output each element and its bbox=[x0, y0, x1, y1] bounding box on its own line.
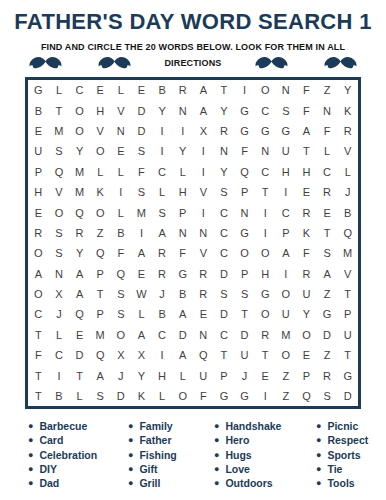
instructions-line-1: FIND AND CIRCLE THE 20 WORDS BELOW. LOOK… bbox=[0, 42, 386, 52]
grid-cell-r16c9[interactable]: F bbox=[193, 386, 214, 406]
grid-cell-r9c1[interactable]: O bbox=[28, 243, 49, 263]
grid-cell-r11c16[interactable]: T bbox=[337, 284, 358, 304]
grid-cell-r6c9[interactable]: V bbox=[193, 182, 214, 202]
grid-cell-r4c12[interactable]: N bbox=[255, 141, 276, 161]
grid-cell-r9c5[interactable]: F bbox=[111, 243, 132, 263]
grid-cell-r13c13[interactable]: M bbox=[276, 325, 297, 345]
grid-cell-r1c16[interactable]: Y bbox=[337, 80, 358, 100]
grid-cell-r1c9[interactable]: A bbox=[193, 80, 214, 100]
grid-cell-r4c7[interactable]: I bbox=[152, 141, 173, 161]
grid-cell-r15c3[interactable]: T bbox=[69, 365, 90, 385]
grid-cell-r15c15[interactable]: R bbox=[317, 365, 338, 385]
grid-cell-r2c7[interactable]: Y bbox=[152, 100, 173, 120]
grid-cell-r2c10[interactable]: Y bbox=[214, 100, 235, 120]
grid-cell-r5c6[interactable]: F bbox=[131, 162, 152, 182]
word-item-fishing: ●Fishing bbox=[128, 449, 214, 463]
grid-cell-r13c11[interactable]: D bbox=[234, 325, 255, 345]
grid-cell-r14c1[interactable]: F bbox=[28, 345, 49, 365]
grid-cell-r12c1[interactable]: C bbox=[28, 304, 49, 324]
grid-cell-r4c14[interactable]: T bbox=[296, 141, 317, 161]
grid-cell-r6c14[interactable]: E bbox=[296, 182, 317, 202]
grid-cell-r1c5[interactable]: L bbox=[111, 80, 132, 100]
grid-cell-r7c2[interactable]: O bbox=[49, 202, 70, 222]
grid-cell-r2c9[interactable]: A bbox=[193, 100, 214, 120]
word-list-column-1: ●Barbecue●Card●Celebration●DIY●Dad bbox=[28, 420, 128, 491]
grid-cell-r11c4[interactable]: T bbox=[90, 284, 111, 304]
grid-cell-r4c8[interactable]: Y bbox=[172, 141, 193, 161]
grid-cell-r15c5[interactable]: J bbox=[111, 365, 132, 385]
word-list-column-2: ●Family●Father●Fishing●Gift●Grill bbox=[128, 420, 214, 491]
grid-cell-r6c7[interactable]: L bbox=[152, 182, 173, 202]
bullet-icon: ● bbox=[128, 478, 133, 488]
grid-cell-r3c8[interactable]: I bbox=[172, 121, 193, 141]
grid-cell-r5c8[interactable]: L bbox=[172, 162, 193, 182]
grid-cell-r7c15[interactable]: E bbox=[317, 202, 338, 222]
grid-cell-r9c4[interactable]: Q bbox=[90, 243, 111, 263]
grid-cell-r16c1[interactable]: T bbox=[28, 386, 49, 406]
grid-cell-r5c5[interactable]: L bbox=[111, 162, 132, 182]
grid-cell-r16c2[interactable]: B bbox=[49, 386, 70, 406]
grid-cell-r15c11[interactable]: J bbox=[234, 365, 255, 385]
grid-cell-r1c4[interactable]: E bbox=[90, 80, 111, 100]
word-item-picnic: ●Picnic bbox=[316, 420, 386, 434]
grid-cell-r14c6[interactable]: X bbox=[131, 345, 152, 365]
word-label: Hero bbox=[225, 434, 249, 446]
grid-cell-r10c14[interactable]: R bbox=[296, 264, 317, 284]
grid-cell-r8c4[interactable]: Z bbox=[90, 223, 111, 243]
grid-cell-r10c11[interactable]: P bbox=[234, 264, 255, 284]
grid-cell-r6c6[interactable]: S bbox=[131, 182, 152, 202]
grid-cell-r3c9[interactable]: X bbox=[193, 121, 214, 141]
grid-cell-r11c9[interactable]: R bbox=[193, 284, 214, 304]
word-item-barbecue: ●Barbecue bbox=[28, 420, 128, 434]
grid-cell-r10c12[interactable]: H bbox=[255, 264, 276, 284]
grid-cell-r16c4[interactable]: S bbox=[90, 386, 111, 406]
grid-cell-r5c14[interactable]: H bbox=[296, 162, 317, 182]
grid-cell-r3c10[interactable]: R bbox=[214, 121, 235, 141]
grid-cell-r16c8[interactable]: O bbox=[172, 386, 193, 406]
grid-cell-r10c8[interactable]: G bbox=[172, 264, 193, 284]
grid-cell-r11c2[interactable]: X bbox=[49, 284, 70, 304]
grid-cell-r8c13[interactable]: P bbox=[276, 223, 297, 243]
grid-cell-r1c10[interactable]: T bbox=[214, 80, 235, 100]
grid-cell-r4c4[interactable]: O bbox=[90, 141, 111, 161]
bullet-icon: ● bbox=[28, 435, 33, 445]
grid-cell-r12c4[interactable]: P bbox=[90, 304, 111, 324]
grid-cell-r3c1[interactable]: E bbox=[28, 121, 49, 141]
grid-cell-r2c5[interactable]: V bbox=[111, 100, 132, 120]
grid-cell-r9c14[interactable]: F bbox=[296, 243, 317, 263]
grid-cell-r4c9[interactable]: I bbox=[193, 141, 214, 161]
word-search-board: GLCELEBRATIONFZYBTOHVDYNAYGCSFNKEMOVNDII… bbox=[25, 77, 361, 409]
grid-cell-r4c13[interactable]: U bbox=[276, 141, 297, 161]
word-item-grill: ●Grill bbox=[128, 477, 214, 491]
grid-cell-r13c8[interactable]: D bbox=[172, 325, 193, 345]
grid-cell-r4c2[interactable]: S bbox=[49, 141, 70, 161]
grid-cell-r4c1[interactable]: U bbox=[28, 141, 49, 161]
grid-cell-r7c7[interactable]: S bbox=[152, 202, 173, 222]
word-item-outdoors: ●Outdoors bbox=[214, 477, 316, 491]
mustache-icon bbox=[322, 56, 359, 70]
grid-cell-r4c11[interactable]: F bbox=[234, 141, 255, 161]
grid-cell-r12c5[interactable]: S bbox=[111, 304, 132, 324]
word-item-family: ●Family bbox=[128, 420, 214, 434]
grid-cell-r10c7[interactable]: R bbox=[152, 264, 173, 284]
grid-cell-r3c4[interactable]: V bbox=[90, 121, 111, 141]
grid-cell-r3c13[interactable]: G bbox=[276, 121, 297, 141]
grid-cell-r5c12[interactable]: C bbox=[255, 162, 276, 182]
grid-cell-r3c11[interactable]: G bbox=[234, 121, 255, 141]
grid-cell-r5c13[interactable]: H bbox=[276, 162, 297, 182]
grid-cell-r2c14[interactable]: F bbox=[296, 100, 317, 120]
grid-cell-r11c12[interactable]: G bbox=[255, 284, 276, 304]
grid-cell-r16c10[interactable]: G bbox=[214, 386, 235, 406]
grid-cell-r13c14[interactable]: O bbox=[296, 325, 317, 345]
grid-cell-r9c6[interactable]: A bbox=[131, 243, 152, 263]
grid-cell-r1c3[interactable]: C bbox=[69, 80, 90, 100]
grid-cell-r6c11[interactable]: P bbox=[234, 182, 255, 202]
bullet-icon: ● bbox=[316, 464, 321, 474]
grid-cell-r15c1[interactable]: T bbox=[28, 365, 49, 385]
grid-cell-r6c2[interactable]: V bbox=[49, 182, 70, 202]
word-list: ●Barbecue●Card●Celebration●DIY●Dad●Famil… bbox=[28, 420, 386, 491]
grid-cell-r7c12[interactable]: I bbox=[255, 202, 276, 222]
grid-cell-r13c15[interactable]: D bbox=[317, 325, 338, 345]
grid-cell-r1c15[interactable]: Z bbox=[317, 80, 338, 100]
word-item-tie: ●Tie bbox=[316, 463, 386, 477]
grid-cell-r13c3[interactable]: E bbox=[69, 325, 90, 345]
grid-cell-r7c8[interactable]: P bbox=[172, 202, 193, 222]
grid-cell-r11c7[interactable]: J bbox=[152, 284, 173, 304]
grid-cell-r4c3[interactable]: Y bbox=[69, 141, 90, 161]
word-item-handshake: ●Handshake bbox=[214, 420, 316, 434]
word-label: Sports bbox=[327, 449, 360, 461]
grid-cell-r13c2[interactable]: L bbox=[49, 325, 70, 345]
bullet-icon: ● bbox=[316, 450, 321, 460]
grid-cell-r5c1[interactable]: P bbox=[28, 162, 49, 182]
grid-cell-r9c16[interactable]: M bbox=[337, 243, 358, 263]
grid-cell-r14c5[interactable]: X bbox=[111, 345, 132, 365]
word-label: Celebration bbox=[39, 449, 97, 461]
grid-cell-r14c3[interactable]: D bbox=[69, 345, 90, 365]
grid-cell-r8c7[interactable]: A bbox=[152, 223, 173, 243]
grid-cell-r16c16[interactable]: D bbox=[337, 386, 358, 406]
grid-cell-r10c5[interactable]: Q bbox=[111, 264, 132, 284]
grid-cell-r6c1[interactable]: H bbox=[28, 182, 49, 202]
grid-cell-r7c13[interactable]: C bbox=[276, 202, 297, 222]
grid-cell-r15c10[interactable]: P bbox=[214, 365, 235, 385]
grid-cell-r12c2[interactable]: J bbox=[49, 304, 70, 324]
word-label: Card bbox=[39, 434, 63, 446]
bullet-icon: ● bbox=[28, 478, 33, 488]
grid-cell-r10c2[interactable]: N bbox=[49, 264, 70, 284]
grid-cell-r13c4[interactable]: M bbox=[90, 325, 111, 345]
grid-cell-r15c2[interactable]: I bbox=[49, 365, 70, 385]
grid-cell-r15c16[interactable]: G bbox=[337, 365, 358, 385]
grid-cell-r12c6[interactable]: L bbox=[131, 304, 152, 324]
grid-cell-r2c16[interactable]: K bbox=[337, 100, 358, 120]
grid-cell-r6c5[interactable]: I bbox=[111, 182, 132, 202]
grid-cell-r1c6[interactable]: E bbox=[131, 80, 152, 100]
grid-cell-r11c1[interactable]: O bbox=[28, 284, 49, 304]
grid-cell-r4c16[interactable]: V bbox=[337, 141, 358, 161]
grid-cell-r14c15[interactable]: Z bbox=[317, 345, 338, 365]
grid-cell-r15c9[interactable]: U bbox=[193, 365, 214, 385]
grid-cell-r14c13[interactable]: O bbox=[276, 345, 297, 365]
grid-cell-r8c9[interactable]: N bbox=[193, 223, 214, 243]
grid-cell-r13c5[interactable]: O bbox=[111, 325, 132, 345]
grid-cell-r8c6[interactable]: I bbox=[131, 223, 152, 243]
grid-cell-r7c5[interactable]: L bbox=[111, 202, 132, 222]
word-label: Barbecue bbox=[39, 420, 87, 432]
grid-cell-r1c2[interactable]: L bbox=[49, 80, 70, 100]
grid-cell-r8c2[interactable]: S bbox=[49, 223, 70, 243]
grid-cell-r6c4[interactable]: K bbox=[90, 182, 111, 202]
grid-cell-r9c3[interactable]: Y bbox=[69, 243, 90, 263]
grid-cell-r12c7[interactable]: B bbox=[152, 304, 173, 324]
grid-cell-r8c12[interactable]: I bbox=[255, 223, 276, 243]
grid-cell-r10c10[interactable]: D bbox=[214, 264, 235, 284]
grid-cell-r14c14[interactable]: E bbox=[296, 345, 317, 365]
grid-cell-r10c16[interactable]: V bbox=[337, 264, 358, 284]
grid-cell-r9c7[interactable]: R bbox=[152, 243, 173, 263]
grid-cell-r1c8[interactable]: R bbox=[172, 80, 193, 100]
grid-cell-r4c10[interactable]: N bbox=[214, 141, 235, 161]
grid-cell-r9c9[interactable]: V bbox=[193, 243, 214, 263]
grid-cell-r12c16[interactable]: P bbox=[337, 304, 358, 324]
word-label: Fishing bbox=[139, 449, 176, 461]
grid-cell-r16c3[interactable]: L bbox=[69, 386, 90, 406]
grid-cell-r10c1[interactable]: A bbox=[28, 264, 49, 284]
grid-cell-r10c9[interactable]: R bbox=[193, 264, 214, 284]
grid-cell-r8c1[interactable]: R bbox=[28, 223, 49, 243]
grid-cell-r2c13[interactable]: S bbox=[276, 100, 297, 120]
grid-cell-r2c15[interactable]: N bbox=[317, 100, 338, 120]
grid-cell-r5c9[interactable]: I bbox=[193, 162, 214, 182]
mustache-icon bbox=[96, 56, 133, 70]
grid-cell-r9c2[interactable]: S bbox=[49, 243, 70, 263]
grid-cell-r2c4[interactable]: H bbox=[90, 100, 111, 120]
grid-cell-r8c8[interactable]: N bbox=[172, 223, 193, 243]
grid-cell-r10c15[interactable]: A bbox=[317, 264, 338, 284]
grid-cell-r15c6[interactable]: Y bbox=[131, 365, 152, 385]
grid-cell-r14c10[interactable]: T bbox=[214, 345, 235, 365]
grid-cell-r6c8[interactable]: H bbox=[172, 182, 193, 202]
grid-cell-r13c6[interactable]: A bbox=[131, 325, 152, 345]
grid-cell-r11c11[interactable]: S bbox=[234, 284, 255, 304]
grid-cell-r12c8[interactable]: A bbox=[172, 304, 193, 324]
grid-cell-r7c6[interactable]: M bbox=[131, 202, 152, 222]
grid-cell-r14c7[interactable]: I bbox=[152, 345, 173, 365]
grid-cell-r14c9[interactable]: Q bbox=[193, 345, 214, 365]
grid-cell-r11c15[interactable]: Z bbox=[317, 284, 338, 304]
grid-cell-r8c10[interactable]: C bbox=[214, 223, 235, 243]
grid-cell-r2c12[interactable]: C bbox=[255, 100, 276, 120]
grid-cell-r8c11[interactable]: G bbox=[234, 223, 255, 243]
grid-cell-r5c10[interactable]: Y bbox=[214, 162, 235, 182]
grid-cell-r3c14[interactable]: A bbox=[296, 121, 317, 141]
grid-cell-r15c8[interactable]: L bbox=[172, 365, 193, 385]
grid-cell-r8c16[interactable]: Q bbox=[337, 223, 358, 243]
grid-cell-r8c14[interactable]: K bbox=[296, 223, 317, 243]
grid-cell-r16c12[interactable]: I bbox=[255, 386, 276, 406]
bullet-icon: ● bbox=[128, 464, 133, 474]
grid-cell-r15c14[interactable]: P bbox=[296, 365, 317, 385]
grid-cell-r3c16[interactable]: R bbox=[337, 121, 358, 141]
grid-cell-r14c8[interactable]: A bbox=[172, 345, 193, 365]
grid-cell-r12c15[interactable]: G bbox=[317, 304, 338, 324]
grid-cell-r1c11[interactable]: I bbox=[234, 80, 255, 100]
word-label: Father bbox=[139, 434, 171, 446]
grid-cell-r7c11[interactable]: N bbox=[234, 202, 255, 222]
grid-cell-r1c14[interactable]: F bbox=[296, 80, 317, 100]
word-label: Tie bbox=[327, 463, 342, 475]
grid-cell-r2c1[interactable]: B bbox=[28, 100, 49, 120]
grid-cell-r3c12[interactable]: G bbox=[255, 121, 276, 141]
grid-cell-r3c15[interactable]: F bbox=[317, 121, 338, 141]
grid-cell-r14c12[interactable]: T bbox=[255, 345, 276, 365]
grid-cell-r7c14[interactable]: R bbox=[296, 202, 317, 222]
grid-cell-r11c3[interactable]: A bbox=[69, 284, 90, 304]
grid-cell-r16c7[interactable]: L bbox=[152, 386, 173, 406]
grid-cell-r5c3[interactable]: M bbox=[69, 162, 90, 182]
grid-cell-r3c3[interactable]: O bbox=[69, 121, 90, 141]
grid-cell-r3c5[interactable]: N bbox=[111, 121, 132, 141]
grid-cell-r13c12[interactable]: R bbox=[255, 325, 276, 345]
grid-cell-r2c3[interactable]: O bbox=[69, 100, 90, 120]
grid-cell-r5c11[interactable]: Q bbox=[234, 162, 255, 182]
grid-cell-r16c5[interactable]: D bbox=[111, 386, 132, 406]
grid-cell-r5c7[interactable]: C bbox=[152, 162, 173, 182]
bullet-icon: ● bbox=[316, 421, 321, 431]
bullet-icon: ● bbox=[214, 450, 219, 460]
word-search-grid: GLCELEBRATIONFZYBTOHVDYNAYGCSFNKEMOVNDII… bbox=[28, 80, 358, 406]
grid-cell-r12c13[interactable]: U bbox=[276, 304, 297, 324]
grid-cell-r16c6[interactable]: K bbox=[131, 386, 152, 406]
word-item-hugs: ●Hugs bbox=[214, 449, 316, 463]
grid-cell-r10c6[interactable]: E bbox=[131, 264, 152, 284]
grid-cell-r1c13[interactable]: N bbox=[276, 80, 297, 100]
grid-cell-r9c15[interactable]: S bbox=[317, 243, 338, 263]
grid-cell-r1c1[interactable]: G bbox=[28, 80, 49, 100]
instructions-mustache-row: DIRECTIONS bbox=[27, 53, 359, 72]
grid-cell-r11c14[interactable]: U bbox=[296, 284, 317, 304]
grid-cell-r6c15[interactable]: R bbox=[317, 182, 338, 202]
grid-cell-r6c13[interactable]: I bbox=[276, 182, 297, 202]
grid-cell-r3c2[interactable]: M bbox=[49, 121, 70, 141]
grid-cell-r1c7[interactable]: B bbox=[152, 80, 173, 100]
grid-cell-r9c8[interactable]: F bbox=[172, 243, 193, 263]
grid-cell-r11c10[interactable]: S bbox=[214, 284, 235, 304]
grid-cell-r5c15[interactable]: C bbox=[317, 162, 338, 182]
grid-cell-r5c4[interactable]: L bbox=[90, 162, 111, 182]
grid-cell-r10c4[interactable]: P bbox=[90, 264, 111, 284]
grid-cell-r13c1[interactable]: T bbox=[28, 325, 49, 345]
grid-cell-r16c14[interactable]: Q bbox=[296, 386, 317, 406]
grid-cell-r15c7[interactable]: H bbox=[152, 365, 173, 385]
bullet-icon: ● bbox=[316, 435, 321, 445]
grid-cell-r2c2[interactable]: T bbox=[49, 100, 70, 120]
grid-cell-r3c7[interactable]: I bbox=[152, 121, 173, 141]
grid-cell-r7c10[interactable]: C bbox=[214, 202, 235, 222]
grid-cell-r12c3[interactable]: Q bbox=[69, 304, 90, 324]
word-item-celebration: ●Celebration bbox=[28, 449, 128, 463]
bullet-icon: ● bbox=[128, 421, 133, 431]
grid-cell-r13c16[interactable]: U bbox=[337, 325, 358, 345]
grid-cell-r11c6[interactable]: W bbox=[131, 284, 152, 304]
grid-cell-r6c16[interactable]: J bbox=[337, 182, 358, 202]
grid-cell-r14c16[interactable]: T bbox=[337, 345, 358, 365]
bullet-icon: ● bbox=[214, 478, 219, 488]
grid-cell-r16c11[interactable]: G bbox=[234, 386, 255, 406]
grid-cell-r16c15[interactable]: S bbox=[317, 386, 338, 406]
grid-cell-r5c2[interactable]: Q bbox=[49, 162, 70, 182]
grid-cell-r13c7[interactable]: C bbox=[152, 325, 173, 345]
grid-cell-r15c13[interactable]: Z bbox=[276, 365, 297, 385]
grid-cell-r6c10[interactable]: S bbox=[214, 182, 235, 202]
grid-cell-r12c9[interactable]: E bbox=[193, 304, 214, 324]
grid-cell-r7c16[interactable]: B bbox=[337, 202, 358, 222]
word-label: Outdoors bbox=[225, 477, 272, 489]
word-label: Respect bbox=[327, 434, 368, 446]
grid-cell-r11c5[interactable]: S bbox=[111, 284, 132, 304]
grid-cell-r3c6[interactable]: D bbox=[131, 121, 152, 141]
grid-cell-r1c12[interactable]: O bbox=[255, 80, 276, 100]
grid-cell-r7c4[interactable]: O bbox=[90, 202, 111, 222]
grid-cell-r14c2[interactable]: C bbox=[49, 345, 70, 365]
grid-cell-r9c10[interactable]: C bbox=[214, 243, 235, 263]
grid-cell-r12c14[interactable]: Y bbox=[296, 304, 317, 324]
grid-cell-r12c10[interactable]: D bbox=[214, 304, 235, 324]
grid-cell-r14c4[interactable]: Q bbox=[90, 345, 111, 365]
grid-cell-r2c8[interactable]: N bbox=[172, 100, 193, 120]
grid-cell-r10c3[interactable]: A bbox=[69, 264, 90, 284]
grid-cell-r12c11[interactable]: T bbox=[234, 304, 255, 324]
grid-cell-r14c11[interactable]: U bbox=[234, 345, 255, 365]
grid-cell-r13c10[interactable]: C bbox=[214, 325, 235, 345]
grid-cell-r6c3[interactable]: M bbox=[69, 182, 90, 202]
grid-cell-r10c13[interactable]: I bbox=[276, 264, 297, 284]
word-label: Gift bbox=[139, 463, 157, 475]
grid-cell-r7c9[interactable]: I bbox=[193, 202, 214, 222]
grid-cell-r7c1[interactable]: E bbox=[28, 202, 49, 222]
grid-cell-r9c12[interactable]: O bbox=[255, 243, 276, 263]
grid-cell-r7c3[interactable]: Q bbox=[69, 202, 90, 222]
grid-cell-r4c5[interactable]: E bbox=[111, 141, 132, 161]
grid-cell-r9c11[interactable]: O bbox=[234, 243, 255, 263]
grid-cell-r5c16[interactable]: L bbox=[337, 162, 358, 182]
word-list-column-3: ●Handshake●Hero●Hugs●Love●Outdoors bbox=[214, 420, 316, 491]
grid-cell-r8c3[interactable]: R bbox=[69, 223, 90, 243]
grid-cell-r13c9[interactable]: N bbox=[193, 325, 214, 345]
grid-cell-r16c13[interactable]: Z bbox=[276, 386, 297, 406]
grid-cell-r15c12[interactable]: E bbox=[255, 365, 276, 385]
grid-cell-r2c11[interactable]: G bbox=[234, 100, 255, 120]
grid-cell-r12c12[interactable]: O bbox=[255, 304, 276, 324]
grid-cell-r6c12[interactable]: T bbox=[255, 182, 276, 202]
grid-cell-r11c8[interactable]: B bbox=[172, 284, 193, 304]
grid-cell-r11c13[interactable]: O bbox=[276, 284, 297, 304]
grid-cell-r8c15[interactable]: T bbox=[317, 223, 338, 243]
word-label: Handshake bbox=[225, 420, 281, 432]
grid-cell-r4c6[interactable]: S bbox=[131, 141, 152, 161]
grid-cell-r4c15[interactable]: L bbox=[317, 141, 338, 161]
grid-cell-r15c4[interactable]: A bbox=[90, 365, 111, 385]
grid-cell-r8c5[interactable]: B bbox=[111, 223, 132, 243]
grid-cell-r2c6[interactable]: D bbox=[131, 100, 152, 120]
instructions-line-2: DIRECTIONS bbox=[164, 58, 221, 68]
grid-cell-r9c13[interactable]: A bbox=[276, 243, 297, 263]
